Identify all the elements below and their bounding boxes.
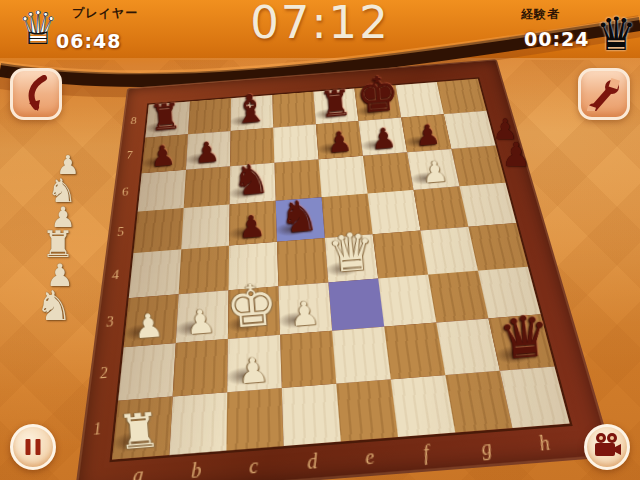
piece-black-pawn-e7[interactable]: ♟: [326, 128, 353, 158]
square-b7[interactable]: ♟: [186, 131, 231, 170]
captured-white-knight: ♞: [36, 286, 73, 327]
piece-black-pawn-c5[interactable]: ♟: [237, 211, 266, 243]
square-d8[interactable]: [272, 92, 316, 128]
piece-white-pawn-a3[interactable]: ♟: [133, 309, 165, 344]
pause-button[interactable]: [10, 424, 56, 470]
piece-shadow: [227, 225, 260, 241]
square-h7[interactable]: [444, 111, 496, 149]
square-f6[interactable]: [363, 152, 414, 193]
piece-white-pawn-b3[interactable]: ♟: [185, 305, 217, 340]
square-d1[interactable]: [282, 384, 341, 446]
square-b3[interactable]: ♟: [176, 290, 229, 343]
square-f4[interactable]: [373, 231, 428, 279]
square-f1[interactable]: [391, 375, 455, 437]
square-e8[interactable]: ♜: [313, 88, 358, 124]
piece-black-bishop-c8[interactable]: ♝: [232, 88, 269, 129]
pause-icon: [26, 439, 41, 455]
square-f5[interactable]: [368, 190, 421, 234]
file-label-a: a: [132, 462, 144, 480]
square-c5[interactable]: ♟: [229, 201, 277, 246]
square-c6[interactable]: ♞: [230, 163, 276, 205]
square-g5[interactable]: [414, 186, 469, 230]
piece-shadow: [316, 142, 348, 156]
captured-black-pawn: ♟: [501, 138, 531, 171]
square-c1[interactable]: [226, 388, 283, 451]
square-h2[interactable]: ♛: [488, 314, 554, 370]
piece-shadow: [228, 185, 260, 200]
rank-label-2: 2: [99, 364, 109, 382]
square-f3[interactable]: [378, 275, 436, 327]
square-d3[interactable]: ♟: [278, 282, 332, 334]
piece-black-king-f8[interactable]: ♚: [355, 69, 401, 119]
piece-shadow: [229, 114, 259, 127]
file-label-f: f: [421, 440, 431, 466]
square-a2[interactable]: [118, 343, 176, 401]
square-g3[interactable]: [428, 271, 488, 323]
board-area: ♜♝♜♚♟♟♟♟♟♞♟♟♞♛♟♟♚♟♟♛♜ abcdefgh87654321: [60, 0, 591, 480]
square-a7[interactable]: ♟: [142, 134, 188, 173]
board-3d-scene: ♜♝♜♚♟♟♟♟♟♞♟♟♞♛♟♟♚♟♟♛♜ abcdefgh87654321: [60, 0, 591, 480]
black-crown-icon: ♛♛: [590, 8, 640, 60]
piece-white-pawn-c2[interactable]: ♟: [237, 353, 270, 389]
square-g2[interactable]: [436, 318, 500, 375]
piece-black-rook-a8[interactable]: ♜: [148, 98, 183, 136]
piece-shadow: [359, 138, 391, 152]
square-b6[interactable]: [184, 166, 230, 208]
piece-shadow: [184, 152, 215, 166]
rank-label-8: 8: [130, 116, 137, 127]
settings-button[interactable]: [578, 68, 630, 120]
rank-label-1: 1: [92, 420, 102, 440]
file-label-g: g: [479, 435, 494, 462]
piece-black-knight-c6[interactable]: ♞: [231, 158, 271, 202]
square-e7[interactable]: ♟: [316, 121, 363, 159]
piece-white-pawn-g6[interactable]: ♟: [421, 157, 449, 188]
square-h8[interactable]: [437, 79, 487, 114]
square-a4[interactable]: [129, 249, 182, 298]
square-a8[interactable]: ♜: [145, 101, 190, 137]
file-label-c: c: [249, 453, 258, 480]
piece-white-pawn-d3[interactable]: ♟: [289, 297, 321, 332]
piece-shadow: [409, 171, 443, 186]
square-e6[interactable]: [319, 156, 368, 197]
rank-label-7: 7: [126, 149, 134, 161]
square-b4[interactable]: [179, 246, 229, 295]
square-d4[interactable]: [277, 238, 328, 286]
square-a1[interactable]: ♜: [112, 396, 173, 459]
square-e4[interactable]: ♛: [325, 234, 378, 282]
rank-label-4: 4: [111, 268, 120, 284]
piece-white-king-c3[interactable]: ♚: [224, 275, 280, 336]
square-b5[interactable]: [181, 204, 229, 249]
piece-shadow: [140, 155, 172, 169]
piece-white-rook-a1[interactable]: ♜: [116, 406, 162, 457]
square-e3[interactable]: [328, 279, 384, 331]
file-label-b: b: [191, 458, 202, 480]
rank-label-3: 3: [105, 314, 114, 331]
square-d6[interactable]: [274, 159, 321, 200]
square-h4[interactable]: [468, 223, 527, 271]
square-h5[interactable]: [460, 183, 517, 227]
square-f7[interactable]: ♟: [358, 118, 407, 156]
movie-camera-icon: [592, 432, 622, 460]
square-b2[interactable]: [173, 339, 228, 397]
piece-black-pawn-g7[interactable]: ♟: [414, 121, 441, 151]
square-c2[interactable]: ♟: [227, 335, 282, 392]
piece-black-rook-e8[interactable]: ♜: [318, 84, 353, 122]
square-d7[interactable]: [273, 124, 318, 163]
square-d2[interactable]: [280, 331, 336, 388]
piece-shadow: [403, 135, 436, 149]
square-f8[interactable]: ♚: [354, 85, 401, 121]
square-h1[interactable]: [500, 366, 570, 428]
square-h6[interactable]: [451, 145, 505, 186]
undo-move-button[interactable]: [10, 68, 62, 120]
square-e1[interactable]: [336, 379, 398, 441]
square-f2[interactable]: [384, 323, 445, 380]
file-label-h: h: [536, 431, 553, 458]
square-c3[interactable]: ♚: [228, 286, 280, 339]
file-label-d: d: [307, 449, 319, 476]
piece-shadow: [355, 104, 386, 117]
square-g7[interactable]: ♟: [401, 114, 451, 152]
piece-shadow: [313, 108, 344, 121]
square-b1[interactable]: [169, 392, 227, 455]
piece-shadow: [144, 121, 175, 134]
piece-white-queen-e4[interactable]: ♛: [326, 225, 377, 281]
square-g8[interactable]: [396, 82, 444, 118]
board-frame: ♜♝♜♚♟♟♟♟♟♞♟♟♞♛♟♟♚♟♟♛♜ abcdefgh87654321: [74, 59, 614, 480]
piece-shadow: [275, 221, 309, 237]
square-b8[interactable]: [188, 98, 231, 134]
square-a5[interactable]: [133, 208, 183, 253]
square-c8[interactable]: ♝: [231, 95, 274, 131]
piece-black-queen-h2[interactable]: ♛: [497, 308, 552, 369]
square-e2[interactable]: [332, 327, 391, 384]
square-c7[interactable]: [230, 128, 274, 167]
square-a3[interactable]: ♟: [124, 294, 179, 347]
file-label-e: e: [364, 444, 376, 471]
rank-label-6: 6: [121, 186, 129, 199]
undo-arrow-icon: [19, 75, 53, 113]
player-left-label: プレイヤー: [72, 5, 138, 22]
piece-black-pawn-a7[interactable]: ♟: [149, 141, 176, 171]
piece-black-pawn-b7[interactable]: ♟: [194, 138, 221, 168]
wrench-icon: [587, 77, 621, 111]
square-g6[interactable]: ♟: [407, 149, 459, 190]
rank-label-5: 5: [116, 225, 124, 239]
piece-black-pawn-f7[interactable]: ♟: [370, 124, 397, 154]
record-button[interactable]: [584, 424, 630, 470]
square-a6[interactable]: [138, 170, 186, 212]
square-d5[interactable]: ♞: [276, 197, 325, 242]
piece-black-knight-d5[interactable]: ♞: [278, 194, 320, 240]
